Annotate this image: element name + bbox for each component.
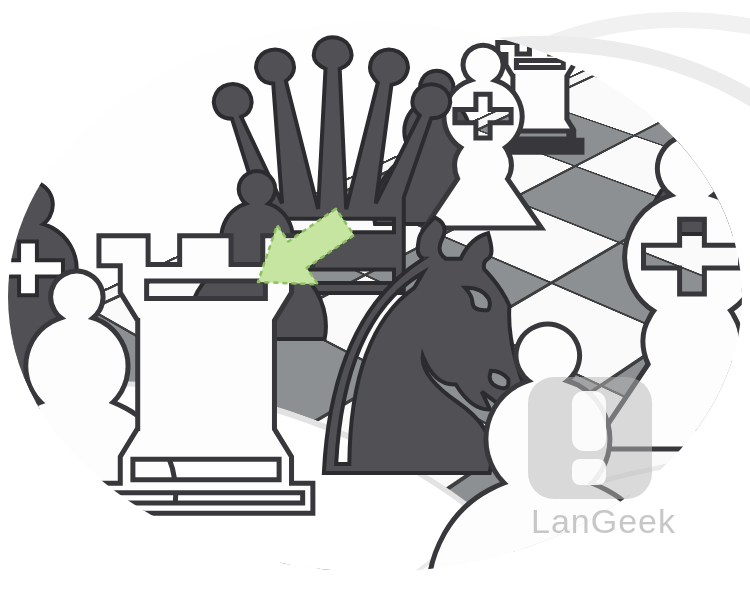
langeek-logo-bar bbox=[572, 391, 606, 451]
langeek-watermark-text: LanGeek bbox=[531, 502, 676, 541]
langeek-logo-dot bbox=[572, 459, 606, 485]
langeek-logo-icon bbox=[528, 377, 652, 499]
chess-illustration: ♜♟♝♟♛♝♟♝♟♜♞♟ LanGeek bbox=[0, 0, 750, 600]
